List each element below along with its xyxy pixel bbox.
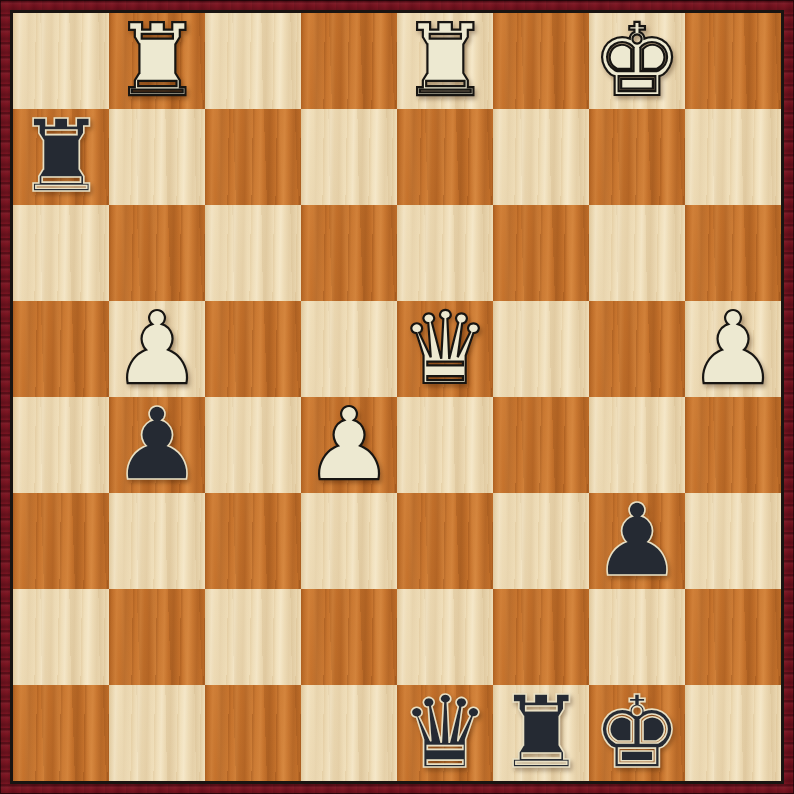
square-d6[interactable] — [301, 205, 397, 301]
square-d4[interactable]: ♟ — [301, 397, 397, 493]
piece-black-rook[interactable]: ♜ — [496, 685, 586, 781]
chess-board-border: ♜♜♚♜♟♛♟♟♟♟♛♜♚ — [10, 10, 784, 784]
square-b4[interactable]: ♟ — [109, 397, 205, 493]
square-h7[interactable] — [685, 109, 781, 205]
square-e3[interactable] — [397, 493, 493, 589]
square-d3[interactable] — [301, 493, 397, 589]
square-b8[interactable]: ♜ — [109, 13, 205, 109]
square-f4[interactable] — [493, 397, 589, 493]
square-h1[interactable] — [685, 685, 781, 781]
square-h2[interactable] — [685, 589, 781, 685]
chess-board-frame: ♜♜♚♜♟♛♟♟♟♟♛♜♚ — [0, 0, 794, 794]
square-f7[interactable] — [493, 109, 589, 205]
square-h3[interactable] — [685, 493, 781, 589]
square-a1[interactable] — [13, 685, 109, 781]
square-a6[interactable] — [13, 205, 109, 301]
square-f3[interactable] — [493, 493, 589, 589]
square-e8[interactable]: ♜ — [397, 13, 493, 109]
piece-white-queen[interactable]: ♛ — [400, 301, 490, 397]
square-c5[interactable] — [205, 301, 301, 397]
square-e5[interactable]: ♛ — [397, 301, 493, 397]
square-g7[interactable] — [589, 109, 685, 205]
square-b5[interactable]: ♟ — [109, 301, 205, 397]
square-h6[interactable] — [685, 205, 781, 301]
square-e7[interactable] — [397, 109, 493, 205]
piece-white-pawn[interactable]: ♟ — [304, 397, 394, 493]
square-b3[interactable] — [109, 493, 205, 589]
square-g4[interactable] — [589, 397, 685, 493]
square-e1[interactable]: ♛ — [397, 685, 493, 781]
square-e4[interactable] — [397, 397, 493, 493]
square-a3[interactable] — [13, 493, 109, 589]
piece-white-king[interactable]: ♚ — [592, 13, 682, 109]
square-f8[interactable] — [493, 13, 589, 109]
square-h4[interactable] — [685, 397, 781, 493]
square-c3[interactable] — [205, 493, 301, 589]
square-f5[interactable] — [493, 301, 589, 397]
square-g6[interactable] — [589, 205, 685, 301]
square-h5[interactable]: ♟ — [685, 301, 781, 397]
chess-board: ♜♜♚♜♟♛♟♟♟♟♛♜♚ — [13, 13, 781, 781]
square-b2[interactable] — [109, 589, 205, 685]
square-g1[interactable]: ♚ — [589, 685, 685, 781]
square-d1[interactable] — [301, 685, 397, 781]
square-b6[interactable] — [109, 205, 205, 301]
square-d8[interactable] — [301, 13, 397, 109]
square-c4[interactable] — [205, 397, 301, 493]
square-d7[interactable] — [301, 109, 397, 205]
square-c7[interactable] — [205, 109, 301, 205]
square-a7[interactable]: ♜ — [13, 109, 109, 205]
square-g5[interactable] — [589, 301, 685, 397]
square-g3[interactable]: ♟ — [589, 493, 685, 589]
piece-black-pawn[interactable]: ♟ — [112, 397, 202, 493]
square-h8[interactable] — [685, 13, 781, 109]
piece-white-pawn[interactable]: ♟ — [688, 301, 778, 397]
square-c1[interactable] — [205, 685, 301, 781]
square-d2[interactable] — [301, 589, 397, 685]
square-f2[interactable] — [493, 589, 589, 685]
square-b7[interactable] — [109, 109, 205, 205]
square-g2[interactable] — [589, 589, 685, 685]
square-g8[interactable]: ♚ — [589, 13, 685, 109]
square-d5[interactable] — [301, 301, 397, 397]
square-f6[interactable] — [493, 205, 589, 301]
piece-white-rook[interactable]: ♜ — [112, 13, 202, 109]
piece-white-rook[interactable]: ♜ — [400, 13, 490, 109]
square-c8[interactable] — [205, 13, 301, 109]
square-f1[interactable]: ♜ — [493, 685, 589, 781]
square-b1[interactable] — [109, 685, 205, 781]
square-e2[interactable] — [397, 589, 493, 685]
piece-black-king[interactable]: ♚ — [592, 685, 682, 781]
piece-black-pawn[interactable]: ♟ — [592, 493, 682, 589]
square-a4[interactable] — [13, 397, 109, 493]
square-a5[interactable] — [13, 301, 109, 397]
square-e6[interactable] — [397, 205, 493, 301]
square-c6[interactable] — [205, 205, 301, 301]
piece-black-rook[interactable]: ♜ — [16, 109, 106, 205]
square-a2[interactable] — [13, 589, 109, 685]
square-a8[interactable] — [13, 13, 109, 109]
square-c2[interactable] — [205, 589, 301, 685]
piece-white-pawn[interactable]: ♟ — [112, 301, 202, 397]
piece-black-queen[interactable]: ♛ — [400, 685, 490, 781]
